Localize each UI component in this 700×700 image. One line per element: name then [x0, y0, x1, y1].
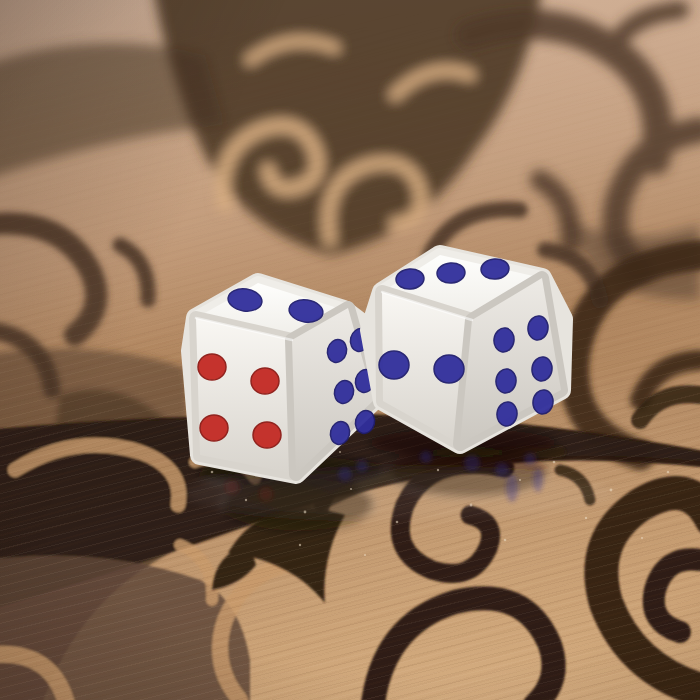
photo-scene: [0, 0, 700, 700]
right-die: [358, 236, 574, 462]
